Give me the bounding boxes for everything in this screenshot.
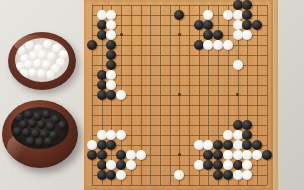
white-stone (233, 150, 243, 160)
black-stone (213, 170, 223, 180)
black-stone-in-bowl (37, 120, 46, 129)
star-point (236, 93, 239, 96)
white-stone (233, 140, 243, 150)
black-stone (242, 140, 252, 150)
white-stone (233, 60, 243, 70)
white-stone-bowl-opening (15, 38, 69, 82)
black-stone (252, 140, 262, 150)
black-stone (203, 20, 213, 30)
black-stone (97, 70, 107, 80)
grid-line-horizontal (92, 115, 267, 116)
white-stone-in-bowl (46, 70, 55, 79)
black-stone (242, 0, 252, 10)
white-stone (126, 160, 136, 170)
white-stone (233, 170, 243, 180)
white-stone (223, 150, 233, 160)
grid-line-horizontal (92, 105, 267, 106)
black-stone (203, 30, 213, 40)
white-stone (242, 30, 252, 40)
white-stone (106, 30, 116, 40)
black-stone (242, 130, 252, 140)
white-stone (126, 150, 136, 160)
white-stone (106, 10, 116, 20)
black-stone (87, 40, 97, 50)
black-stone (116, 150, 126, 160)
black-stone (213, 30, 223, 40)
black-stone (233, 0, 243, 10)
grid-line-vertical (199, 5, 200, 185)
white-stone (203, 40, 213, 50)
black-stone-bowl-opening (11, 107, 69, 149)
black-stone (233, 160, 243, 170)
black-stone (106, 90, 116, 100)
black-stone (213, 140, 223, 150)
star-point (120, 33, 123, 36)
white-stone (223, 40, 233, 50)
black-stone (262, 150, 272, 160)
black-stone (106, 140, 116, 150)
white-stone-in-bowl (25, 41, 34, 50)
white-stone-in-bowl (33, 59, 42, 68)
white-stone (242, 170, 252, 180)
black-stone-in-bowl (46, 122, 55, 131)
black-stone (97, 160, 107, 170)
white-stone (97, 130, 107, 140)
white-stone (233, 10, 243, 20)
white-stone (233, 130, 243, 140)
white-stone (116, 130, 126, 140)
black-stone-bowl (2, 100, 78, 168)
black-stone (242, 120, 252, 130)
white-stone (116, 90, 126, 100)
black-stone (97, 20, 107, 30)
white-stone (252, 150, 262, 160)
white-stone (106, 20, 116, 30)
white-stone-bowl (8, 32, 76, 90)
white-stone (106, 70, 116, 80)
black-stone (174, 10, 184, 20)
black-stone (203, 160, 213, 170)
white-stone (136, 150, 146, 160)
black-stone (97, 140, 107, 150)
white-stone-in-bowl (20, 69, 29, 78)
white-stone-in-bowl (37, 69, 46, 78)
white-stone (203, 10, 213, 20)
black-stone-in-bowl (42, 110, 51, 119)
white-stone (106, 80, 116, 90)
black-stone (242, 20, 252, 30)
white-stone (242, 150, 252, 160)
black-stone (213, 160, 223, 170)
white-stone (223, 160, 233, 170)
black-stone (194, 40, 204, 50)
white-stone-in-bowl (28, 68, 37, 77)
black-stone (97, 150, 107, 160)
black-stone (213, 150, 223, 160)
white-stone (194, 160, 204, 170)
black-stone (194, 20, 204, 30)
white-stone-in-bowl (38, 50, 47, 59)
white-stone (116, 170, 126, 180)
black-stone-in-bowl (35, 138, 44, 147)
black-stone-in-bowl (28, 119, 37, 128)
black-stone (97, 80, 107, 90)
black-stone (97, 170, 107, 180)
black-stone (106, 170, 116, 180)
black-stone (203, 150, 213, 160)
white-stone-in-bowl (43, 40, 52, 49)
star-point (178, 93, 181, 96)
go-scene (0, 0, 304, 190)
black-stone (106, 60, 116, 70)
white-stone (174, 170, 184, 180)
white-stone (97, 10, 107, 20)
white-stone (194, 140, 204, 150)
black-stone (242, 10, 252, 20)
black-stone (97, 30, 107, 40)
board-side-edge (273, 0, 278, 190)
white-stone (87, 140, 97, 150)
black-stone (106, 50, 116, 60)
black-stone-in-bowl (58, 121, 67, 130)
black-stone (223, 170, 233, 180)
black-stone (87, 150, 97, 160)
black-stone-in-bowl (13, 127, 22, 136)
white-stone (242, 160, 252, 170)
go-board (84, 0, 274, 190)
white-stone (223, 10, 233, 20)
white-stone (106, 130, 116, 140)
black-stone (252, 20, 262, 30)
white-stone-in-bowl (42, 60, 51, 69)
white-stone (233, 20, 243, 30)
star-point (178, 33, 181, 36)
white-stone (223, 130, 233, 140)
black-stone (233, 120, 243, 130)
white-stone (203, 140, 213, 150)
black-stone (97, 90, 107, 100)
black-stone (223, 140, 233, 150)
black-stone-in-bowl (26, 137, 35, 146)
black-stone (116, 160, 126, 170)
star-point (178, 153, 181, 156)
grid-line-vertical (189, 5, 190, 185)
black-stone (106, 40, 116, 50)
white-stone (213, 40, 223, 50)
black-stone-in-bowl (24, 110, 33, 119)
black-stone-in-bowl (22, 128, 31, 137)
white-stone (106, 160, 116, 170)
black-stone-in-bowl (44, 137, 53, 146)
grid-line-horizontal (92, 185, 267, 186)
white-stone (233, 30, 243, 40)
